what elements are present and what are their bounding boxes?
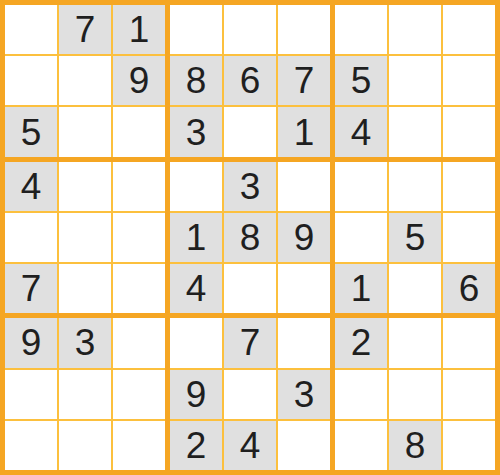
cell-r1c9-empty[interactable]	[443, 5, 495, 54]
cell-r6c9-given-6[interactable]: 6	[443, 264, 495, 313]
box-2-3: 516	[335, 162, 495, 314]
box-1-1: 7195	[5, 5, 165, 157]
cell-r4c4-empty[interactable]	[170, 162, 222, 211]
sudoku-grid: 719586731544731894516937932428	[5, 5, 495, 470]
cell-r8c2-empty[interactable]	[59, 370, 111, 419]
cell-r3c3-empty[interactable]	[113, 107, 165, 156]
cell-r9c7-empty[interactable]	[335, 421, 387, 470]
cell-r7c1-given-9[interactable]: 9	[5, 318, 57, 367]
cell-r1c5-empty[interactable]	[224, 5, 276, 54]
cell-r5c5-given-8[interactable]: 8	[224, 213, 276, 262]
cell-r2c5-given-6[interactable]: 6	[224, 56, 276, 105]
cell-r1c1-empty[interactable]	[5, 5, 57, 54]
cell-r4c1-given-4[interactable]: 4	[5, 162, 57, 211]
cell-r2c4-given-8[interactable]: 8	[170, 56, 222, 105]
cell-r7c7-given-2[interactable]: 2	[335, 318, 387, 367]
cell-r7c3-empty[interactable]	[113, 318, 165, 367]
cell-r4c5-given-3[interactable]: 3	[224, 162, 276, 211]
cell-r9c8-given-8[interactable]: 8	[389, 421, 441, 470]
cell-r3c5-empty[interactable]	[224, 107, 276, 156]
cell-r7c4-empty[interactable]	[170, 318, 222, 367]
cell-r3c9-empty[interactable]	[443, 107, 495, 156]
cell-r5c1-empty[interactable]	[5, 213, 57, 262]
box-3-2: 79324	[170, 318, 330, 470]
cell-r1c6-empty[interactable]	[278, 5, 330, 54]
cell-r9c1-empty[interactable]	[5, 421, 57, 470]
cell-r8c6-given-3[interactable]: 3	[278, 370, 330, 419]
cell-r3c7-given-4[interactable]: 4	[335, 107, 387, 156]
cell-r7c8-empty[interactable]	[389, 318, 441, 367]
cell-r4c2-empty[interactable]	[59, 162, 111, 211]
cell-r7c5-given-7[interactable]: 7	[224, 318, 276, 367]
cell-r3c6-given-1[interactable]: 1	[278, 107, 330, 156]
cell-r5c3-empty[interactable]	[113, 213, 165, 262]
cell-r2c3-given-9[interactable]: 9	[113, 56, 165, 105]
cell-r6c7-given-1[interactable]: 1	[335, 264, 387, 313]
cell-r4c6-empty[interactable]	[278, 162, 330, 211]
cell-r3c1-given-5[interactable]: 5	[5, 107, 57, 156]
cell-r9c3-empty[interactable]	[113, 421, 165, 470]
cell-r9c4-given-2[interactable]: 2	[170, 421, 222, 470]
box-2-2: 31894	[170, 162, 330, 314]
cell-r6c1-given-7[interactable]: 7	[5, 264, 57, 313]
cell-r9c9-empty[interactable]	[443, 421, 495, 470]
cell-r2c8-empty[interactable]	[389, 56, 441, 105]
cell-r2c9-empty[interactable]	[443, 56, 495, 105]
cell-r8c5-empty[interactable]	[224, 370, 276, 419]
cell-r4c8-empty[interactable]	[389, 162, 441, 211]
box-1-2: 86731	[170, 5, 330, 157]
cell-r2c2-empty[interactable]	[59, 56, 111, 105]
cell-r6c3-empty[interactable]	[113, 264, 165, 313]
cell-r1c2-given-7[interactable]: 7	[59, 5, 111, 54]
cell-r5c9-empty[interactable]	[443, 213, 495, 262]
cell-r6c5-empty[interactable]	[224, 264, 276, 313]
cell-r4c7-empty[interactable]	[335, 162, 387, 211]
cell-r5c4-given-1[interactable]: 1	[170, 213, 222, 262]
box-2-1: 47	[5, 162, 165, 314]
cell-r6c8-empty[interactable]	[389, 264, 441, 313]
box-1-3: 54	[335, 5, 495, 157]
cell-r1c8-empty[interactable]	[389, 5, 441, 54]
box-3-1: 93	[5, 318, 165, 470]
cell-r1c7-empty[interactable]	[335, 5, 387, 54]
cell-r6c6-empty[interactable]	[278, 264, 330, 313]
cell-r6c4-given-4[interactable]: 4	[170, 264, 222, 313]
cell-r8c1-empty[interactable]	[5, 370, 57, 419]
cell-r3c4-given-3[interactable]: 3	[170, 107, 222, 156]
cell-r8c4-given-9[interactable]: 9	[170, 370, 222, 419]
cell-r2c7-given-5[interactable]: 5	[335, 56, 387, 105]
cell-r6c2-empty[interactable]	[59, 264, 111, 313]
cell-r5c7-empty[interactable]	[335, 213, 387, 262]
cell-r5c8-given-5[interactable]: 5	[389, 213, 441, 262]
cell-r3c8-empty[interactable]	[389, 107, 441, 156]
box-3-3: 28	[335, 318, 495, 470]
cell-r1c3-given-1[interactable]: 1	[113, 5, 165, 54]
cell-r9c5-given-4[interactable]: 4	[224, 421, 276, 470]
cell-r1c4-empty[interactable]	[170, 5, 222, 54]
cell-r8c8-empty[interactable]	[389, 370, 441, 419]
cell-r4c9-empty[interactable]	[443, 162, 495, 211]
cell-r4c3-empty[interactable]	[113, 162, 165, 211]
cell-r7c2-given-3[interactable]: 3	[59, 318, 111, 367]
cell-r8c3-empty[interactable]	[113, 370, 165, 419]
cell-r9c6-empty[interactable]	[278, 421, 330, 470]
cell-r8c7-empty[interactable]	[335, 370, 387, 419]
cell-r2c6-given-7[interactable]: 7	[278, 56, 330, 105]
cell-r8c9-empty[interactable]	[443, 370, 495, 419]
cell-r5c6-given-9[interactable]: 9	[278, 213, 330, 262]
cell-r9c2-empty[interactable]	[59, 421, 111, 470]
cell-r5c2-empty[interactable]	[59, 213, 111, 262]
sudoku-board: 719586731544731894516937932428	[0, 0, 500, 475]
cell-r3c2-empty[interactable]	[59, 107, 111, 156]
cell-r2c1-empty[interactable]	[5, 56, 57, 105]
cell-r7c6-empty[interactable]	[278, 318, 330, 367]
cell-r7c9-empty[interactable]	[443, 318, 495, 367]
